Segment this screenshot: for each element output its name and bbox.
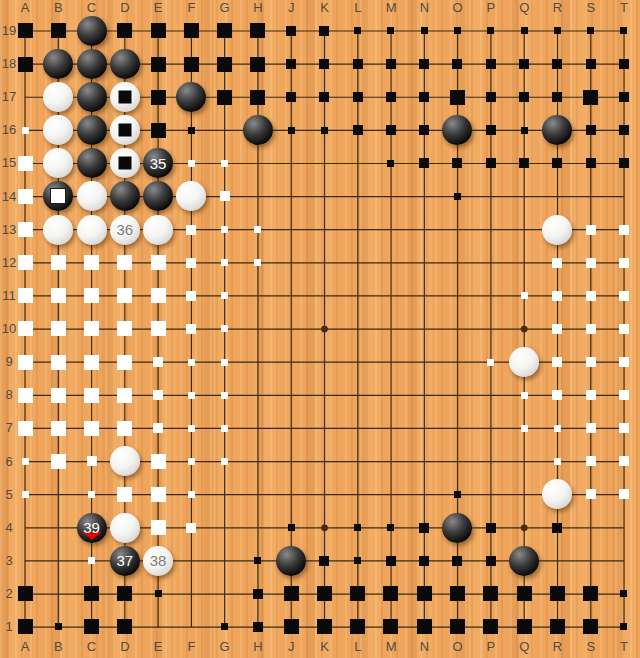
territory-mark-white (188, 491, 195, 498)
dead-stone-black-square-mark (118, 157, 131, 170)
white-stone[interactable] (43, 148, 73, 178)
white-stone[interactable] (176, 181, 206, 211)
territory-mark-black (386, 125, 396, 135)
white-stone[interactable] (542, 479, 572, 509)
territory-mark-black (620, 590, 627, 597)
white-stone[interactable] (43, 215, 73, 245)
territory-mark-black (521, 127, 528, 134)
territory-mark-black (253, 589, 263, 599)
black-stone[interactable] (442, 115, 472, 145)
territory-mark-black (151, 123, 166, 138)
territory-mark-white (117, 487, 132, 502)
territory-mark-white (84, 288, 99, 303)
territory-mark-white (619, 291, 629, 301)
white-stone[interactable] (77, 181, 107, 211)
territory-mark-black (151, 57, 166, 72)
white-stone[interactable] (542, 215, 572, 245)
territory-mark-white (220, 191, 230, 201)
column-label-top: L (348, 1, 368, 15)
territory-mark-black (487, 27, 494, 34)
territory-mark-black (519, 158, 529, 168)
black-stone[interactable] (509, 546, 539, 576)
territory-mark-white (117, 321, 132, 336)
territory-mark-white (552, 258, 562, 268)
black-stone[interactable] (110, 49, 140, 79)
black-stone[interactable] (243, 115, 273, 145)
territory-mark-white (521, 292, 528, 299)
territory-mark-white (51, 355, 66, 370)
territory-mark-white (84, 255, 99, 270)
territory-mark-white (51, 255, 66, 270)
territory-mark-white (84, 321, 99, 336)
territory-mark-white (221, 359, 228, 366)
dead-stone-black-square-mark (118, 124, 131, 137)
white-stone[interactable] (110, 446, 140, 476)
black-stone[interactable] (77, 49, 107, 79)
territory-mark-black (619, 158, 629, 168)
column-label-top: G (215, 1, 235, 15)
black-stone[interactable] (176, 82, 206, 112)
territory-mark-black (419, 125, 429, 135)
go-board: ABCDEFGHJKLMNOPQRST ABCDEFGHJKLMNOPQRST … (0, 0, 640, 658)
territory-mark-black (450, 90, 465, 105)
white-stone[interactable]: 36 (110, 215, 140, 245)
territory-mark-white (586, 258, 596, 268)
territory-mark-black (254, 557, 261, 564)
dead-stone-black-square-mark (118, 91, 131, 104)
white-stone[interactable] (110, 115, 140, 145)
column-label-top: B (48, 1, 68, 15)
territory-mark-black (452, 556, 462, 566)
territory-mark-black (286, 59, 296, 69)
territory-mark-white (487, 359, 494, 366)
territory-mark-white (87, 456, 97, 466)
territory-mark-black (51, 23, 66, 38)
territory-mark-black (383, 619, 398, 634)
column-label-top: C (82, 1, 102, 15)
territory-mark-white (151, 321, 166, 336)
territory-mark-black (117, 23, 132, 38)
territory-mark-black (354, 27, 361, 34)
territory-mark-white (619, 357, 629, 367)
territory-mark-black (552, 92, 562, 102)
territory-mark-black (417, 586, 432, 601)
territory-mark-white (586, 489, 596, 499)
white-stone[interactable] (509, 347, 539, 377)
territory-mark-white (84, 388, 99, 403)
white-stone[interactable] (110, 513, 140, 543)
territory-mark-white (153, 357, 163, 367)
territory-mark-black (317, 619, 332, 634)
territory-mark-black (587, 27, 594, 34)
territory-mark-white (586, 423, 596, 433)
territory-mark-white (117, 255, 132, 270)
territory-mark-white (221, 458, 228, 465)
territory-mark-white (22, 491, 29, 498)
territory-mark-white (18, 255, 33, 270)
column-label-top: S (581, 1, 601, 15)
territory-mark-black (450, 586, 465, 601)
territory-mark-black (217, 23, 232, 38)
territory-mark-black (319, 556, 329, 566)
territory-mark-black (387, 524, 394, 531)
territory-mark-black (586, 59, 596, 69)
territory-mark-black (419, 59, 429, 69)
territory-mark-white (254, 259, 261, 266)
territory-mark-black (387, 160, 394, 167)
territory-mark-black (454, 491, 461, 498)
territory-mark-black (417, 619, 432, 634)
territory-mark-black (286, 26, 296, 36)
territory-mark-white (84, 421, 99, 436)
dead-stone-white-square-mark (50, 188, 66, 204)
white-stone[interactable] (143, 215, 173, 245)
territory-mark-white (586, 456, 596, 466)
territory-mark-black (619, 59, 629, 69)
territory-mark-white (51, 454, 66, 469)
territory-mark-white (84, 355, 99, 370)
territory-mark-white (188, 160, 195, 167)
territory-mark-black (250, 57, 265, 72)
territory-mark-black (354, 524, 361, 531)
territory-mark-white (188, 392, 195, 399)
white-stone[interactable] (77, 215, 107, 245)
column-label-top: N (414, 1, 434, 15)
column-label-top: F (181, 1, 201, 15)
territory-mark-white (221, 325, 228, 332)
move-number-label: 37 (116, 553, 133, 568)
territory-mark-black (517, 619, 532, 634)
territory-mark-black (184, 23, 199, 38)
territory-mark-white (153, 423, 163, 433)
territory-mark-white (521, 425, 528, 432)
column-label-top: D (115, 1, 135, 15)
territory-mark-white (153, 390, 163, 400)
black-stone[interactable] (542, 115, 572, 145)
territory-mark-white (619, 324, 629, 334)
territory-mark-black (84, 586, 99, 601)
black-stone[interactable] (77, 16, 107, 46)
black-stone[interactable] (43, 49, 73, 79)
territory-mark-white (221, 392, 228, 399)
black-stone[interactable]: 39 (77, 513, 107, 543)
column-label-top: J (281, 1, 301, 15)
territory-mark-black (386, 92, 396, 102)
territory-mark-black (519, 92, 529, 102)
territory-mark-black (319, 92, 329, 102)
territory-mark-black (217, 90, 232, 105)
territory-mark-black (288, 524, 295, 531)
territory-mark-white (18, 156, 33, 171)
territory-mark-black (353, 59, 363, 69)
territory-mark-black (419, 92, 429, 102)
territory-mark-black (286, 92, 296, 102)
column-label-top: R (547, 1, 567, 15)
white-stone[interactable]: 38 (143, 546, 173, 576)
column-label-top: E (148, 1, 168, 15)
black-stone[interactable] (110, 181, 140, 211)
column-label-top: H (248, 1, 268, 15)
territory-mark-white (619, 225, 629, 235)
territory-mark-black (483, 586, 498, 601)
territory-mark-white (619, 423, 629, 433)
territory-mark-black (184, 57, 199, 72)
territory-mark-black (18, 586, 33, 601)
move-number-label: 38 (150, 553, 167, 568)
territory-mark-black (586, 158, 596, 168)
territory-mark-black (486, 523, 496, 533)
territory-mark-white (151, 520, 166, 535)
black-stone[interactable] (43, 181, 73, 211)
black-stone[interactable]: 35 (143, 148, 173, 178)
territory-mark-black (421, 27, 428, 34)
territory-mark-white (88, 491, 95, 498)
territory-mark-white (619, 456, 629, 466)
territory-mark-white (18, 321, 33, 336)
territory-mark-black (550, 619, 565, 634)
territory-mark-black (519, 59, 529, 69)
territory-mark-white (117, 388, 132, 403)
column-label-top: T (614, 1, 634, 15)
territory-mark-black (486, 158, 496, 168)
territory-mark-black (419, 158, 429, 168)
territory-mark-white (51, 321, 66, 336)
territory-mark-black (188, 127, 195, 134)
territory-mark-white (117, 288, 132, 303)
white-stone[interactable] (110, 82, 140, 112)
territory-mark-white (254, 226, 261, 233)
territory-mark-white (51, 421, 66, 436)
black-stone[interactable]: 37 (110, 546, 140, 576)
territory-mark-white (117, 355, 132, 370)
territory-mark-black (217, 57, 232, 72)
territory-mark-black (486, 92, 496, 102)
territory-mark-black (55, 623, 62, 630)
territory-mark-black (386, 556, 396, 566)
territory-mark-black (354, 557, 361, 564)
territory-mark-black (284, 619, 299, 634)
territory-mark-black (350, 586, 365, 601)
territory-mark-white (186, 523, 196, 533)
territory-mark-white (552, 357, 562, 367)
territory-mark-white (221, 160, 228, 167)
territory-mark-white (188, 359, 195, 366)
territory-mark-black (383, 586, 398, 601)
column-label-top: M (381, 1, 401, 15)
territory-mark-white (18, 189, 33, 204)
territory-mark-black (253, 622, 263, 632)
black-stone[interactable] (77, 115, 107, 145)
territory-mark-black (454, 193, 461, 200)
territory-mark-white (552, 291, 562, 301)
territory-mark-black (552, 158, 562, 168)
column-label-top: A (15, 1, 35, 15)
territory-mark-black (483, 619, 498, 634)
territory-mark-black (386, 59, 396, 69)
territory-mark-white (151, 288, 166, 303)
territory-mark-white (552, 390, 562, 400)
territory-mark-black (550, 586, 565, 601)
white-stone[interactable] (43, 115, 73, 145)
territory-mark-white (22, 127, 29, 134)
territory-mark-white (18, 288, 33, 303)
territory-mark-black (454, 27, 461, 34)
territory-mark-white (552, 324, 562, 334)
territory-mark-black (619, 125, 629, 135)
territory-mark-white (586, 324, 596, 334)
territory-mark-black (586, 125, 596, 135)
territory-mark-white (51, 288, 66, 303)
territory-mark-black (18, 619, 33, 634)
black-stone[interactable] (77, 82, 107, 112)
territory-mark-white (18, 421, 33, 436)
territory-mark-white (51, 388, 66, 403)
territory-mark-black (353, 92, 363, 102)
column-label-top: P (481, 1, 501, 15)
black-stone[interactable] (442, 513, 472, 543)
territory-mark-black (452, 158, 462, 168)
territory-mark-white (221, 292, 228, 299)
territory-mark-black (450, 619, 465, 634)
territory-mark-black (155, 590, 162, 597)
territory-mark-black (18, 57, 33, 72)
territory-mark-white (188, 425, 195, 432)
board-intersections[interactable]: 3536393738 (8, 14, 640, 643)
territory-mark-white (586, 357, 596, 367)
territory-mark-white (186, 225, 196, 235)
move-number-label: 35 (150, 156, 167, 171)
territory-mark-black (151, 23, 166, 38)
territory-mark-white (221, 425, 228, 432)
territory-mark-white (88, 557, 95, 564)
territory-mark-black (419, 556, 429, 566)
territory-mark-black (619, 92, 629, 102)
territory-mark-white (554, 425, 561, 432)
territory-mark-white (18, 388, 33, 403)
territory-mark-white (18, 355, 33, 370)
territory-mark-black (18, 23, 33, 38)
territory-mark-black (353, 125, 363, 135)
territory-mark-white (188, 458, 195, 465)
territory-mark-black (117, 619, 132, 634)
territory-mark-white (586, 225, 596, 235)
territory-mark-white (18, 222, 33, 237)
territory-mark-white (619, 489, 629, 499)
territory-mark-black (521, 27, 528, 34)
black-stone[interactable] (143, 181, 173, 211)
territory-mark-black (84, 619, 99, 634)
territory-mark-black (387, 27, 394, 34)
territory-mark-white (186, 324, 196, 334)
territory-mark-white (117, 421, 132, 436)
territory-mark-black (288, 127, 295, 134)
column-label-top: K (315, 1, 335, 15)
territory-mark-black (583, 619, 598, 634)
territory-mark-black (554, 27, 561, 34)
black-stone[interactable] (77, 148, 107, 178)
territory-mark-black (552, 523, 562, 533)
white-stone[interactable] (43, 82, 73, 112)
territory-mark-black (319, 26, 329, 36)
territory-mark-black (221, 623, 228, 630)
territory-mark-black (452, 59, 462, 69)
territory-mark-white (186, 291, 196, 301)
move-number-label: 36 (116, 222, 133, 237)
territory-mark-black (583, 586, 598, 601)
territory-mark-white (151, 487, 166, 502)
territory-mark-white (619, 258, 629, 268)
territory-mark-black (117, 586, 132, 601)
territory-mark-black (552, 59, 562, 69)
territory-mark-white (151, 255, 166, 270)
territory-mark-black (317, 586, 332, 601)
territory-mark-white (586, 291, 596, 301)
territory-mark-white (22, 458, 29, 465)
territory-mark-white (521, 392, 528, 399)
black-stone[interactable] (276, 546, 306, 576)
territory-mark-white (151, 454, 166, 469)
territory-mark-black (284, 586, 299, 601)
territory-mark-white (586, 390, 596, 400)
territory-mark-black (486, 556, 496, 566)
white-stone[interactable] (110, 148, 140, 178)
territory-mark-black (319, 59, 329, 69)
territory-mark-black (419, 523, 429, 533)
move-number-label: 39 (83, 520, 100, 535)
territory-mark-white (221, 259, 228, 266)
territory-mark-white (619, 390, 629, 400)
territory-mark-black (151, 90, 166, 105)
territory-mark-black (620, 27, 627, 34)
territory-mark-black (321, 127, 328, 134)
column-label-top: O (448, 1, 468, 15)
territory-mark-black (486, 125, 496, 135)
territory-mark-black (517, 586, 532, 601)
column-label-top: Q (514, 1, 534, 15)
territory-mark-black (350, 619, 365, 634)
territory-mark-black (486, 59, 496, 69)
territory-mark-black (250, 90, 265, 105)
territory-mark-black (250, 23, 265, 38)
territory-mark-white (554, 458, 561, 465)
territory-mark-black (620, 623, 627, 630)
territory-mark-black (583, 90, 598, 105)
territory-mark-white (221, 226, 228, 233)
territory-mark-white (186, 258, 196, 268)
